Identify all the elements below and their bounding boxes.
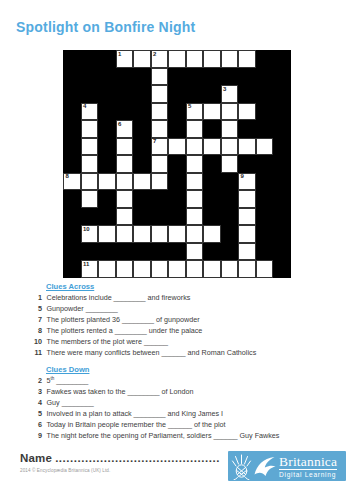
clue-item: 10The members of the plot were ______	[29, 337, 339, 348]
grid-cell-black	[63, 225, 81, 243]
grid-cell-black	[168, 85, 186, 103]
clue-item-text: The members of the plot were ______	[47, 337, 168, 348]
grid-cell-white[interactable]	[151, 120, 169, 138]
grid-cell-black	[98, 50, 116, 68]
grid-cell-black	[273, 50, 291, 68]
grid-cell-black	[273, 155, 291, 173]
grid-cell-white[interactable]	[133, 173, 151, 191]
grid-cell-white[interactable]	[256, 260, 274, 278]
grid-cell-white[interactable]: 6	[116, 120, 134, 138]
grid-cell-black	[81, 85, 99, 103]
grid-cell-black	[203, 173, 221, 191]
clues-down-heading: Clues Down	[46, 365, 339, 374]
grid-cell-white[interactable]	[238, 190, 256, 208]
grid-cell-white[interactable]	[151, 68, 169, 86]
grid-cell-white[interactable]	[133, 260, 151, 278]
grid-cell-black	[168, 173, 186, 191]
grid-cell-black	[81, 243, 99, 261]
grid-cell-white[interactable]: 10	[81, 225, 99, 243]
clue-item-text: Gunpowder ________	[47, 304, 118, 315]
grid-cell-black	[63, 50, 81, 68]
clue-item-text: Involved in a plan to attack ________ an…	[47, 409, 224, 420]
grid-cell-black	[168, 155, 186, 173]
grid-cell-white[interactable]	[186, 208, 204, 226]
clue-number: 10	[83, 226, 90, 233]
grid-cell-black	[238, 120, 256, 138]
grid-cell-black	[133, 85, 151, 103]
clue-item: 5Involved in a plan to attack ________ a…	[29, 409, 339, 420]
grid-cell-white[interactable]: 5	[186, 103, 204, 121]
grid-cell-black	[221, 173, 239, 191]
grid-cell-white[interactable]	[186, 260, 204, 278]
grid-cell-white[interactable]	[133, 225, 151, 243]
grid-cell-white[interactable]	[203, 225, 221, 243]
grid-cell-black	[98, 103, 116, 121]
grid-cell-white[interactable]: 8	[63, 173, 81, 191]
grid-cell-black	[81, 50, 99, 68]
grid-cell-black	[63, 155, 81, 173]
clue-item-number: 5	[29, 304, 42, 315]
grid-cell-black	[63, 243, 81, 261]
clue-number: 1	[118, 51, 121, 58]
clue-number: 6	[118, 121, 121, 128]
grid-cell-black	[273, 260, 291, 278]
clues-across-section: Clues Across 1Celebrations include _____…	[29, 282, 339, 358]
grid-cell-white[interactable]	[151, 225, 169, 243]
clue-item: 6Today in Britain people remember the __…	[29, 420, 339, 431]
grid-cell-black	[256, 50, 274, 68]
grid-cell-black	[203, 85, 221, 103]
clues-down-list: 25th ________3Fawkes was taken to the __…	[29, 376, 339, 441]
grid-cell-white[interactable]	[238, 208, 256, 226]
grid-cell-black	[63, 138, 81, 156]
grid-cell-white[interactable]	[133, 50, 151, 68]
grid-cell-white[interactable]	[186, 138, 204, 156]
grid-cell-white[interactable]: 9	[238, 173, 256, 191]
clue-item: 7The plotters planted 36 ________ of gun…	[29, 315, 339, 326]
grid-cell-black	[203, 120, 221, 138]
grid-cell-black	[238, 85, 256, 103]
grid-cell-black	[203, 155, 221, 173]
logo-title: Britannica	[279, 455, 337, 468]
grid-cell-white[interactable]	[238, 50, 256, 68]
clue-number: 4	[83, 103, 86, 110]
grid-cell-black	[186, 68, 204, 86]
thistle-icon	[231, 453, 252, 480]
logo-subtitle: Digital Learning	[279, 469, 337, 478]
grid-cell-white[interactable]	[98, 260, 116, 278]
grid-cell-black	[203, 190, 221, 208]
grid-cell-black	[133, 190, 151, 208]
grid-cell-black	[256, 103, 274, 121]
grid-cell-black	[186, 85, 204, 103]
clue-item: 8The plotters rented a ________ under th…	[29, 326, 339, 337]
grid-cell-black	[63, 85, 81, 103]
crossword-grid: 1234567891011	[63, 50, 291, 278]
clue-item-text: There were many conflicts between ______…	[47, 348, 257, 359]
clue-number: 3	[223, 86, 226, 93]
grid-cell-black	[273, 85, 291, 103]
clue-number: 8	[66, 173, 69, 180]
grid-cell-white[interactable]	[221, 260, 239, 278]
clue-item-number: 7	[29, 315, 42, 326]
grid-cell-black	[203, 243, 221, 261]
clue-item-number: 11	[29, 348, 42, 359]
name-dotted-rule: ........................................…	[55, 452, 220, 464]
clue-item: 4Guy ________	[29, 398, 339, 409]
grid-cell-white[interactable]	[151, 173, 169, 191]
grid-cell-black	[203, 208, 221, 226]
grid-cell-black	[273, 208, 291, 226]
grid-cell-black	[133, 103, 151, 121]
grid-cell-black	[168, 243, 186, 261]
grid-cell-black	[221, 190, 239, 208]
grid-cell-white[interactable]: 11	[81, 260, 99, 278]
clues-across-list: 1Celebrations include ________ and firew…	[29, 293, 339, 358]
grid-cell-white[interactable]	[116, 190, 134, 208]
clue-item-text: 5th ________	[47, 376, 89, 387]
clue-item: 11There were many conflicts between ____…	[29, 348, 339, 359]
grid-cell-white[interactable]: 2	[151, 50, 169, 68]
grid-cell-black	[116, 68, 134, 86]
grid-cell-black	[273, 120, 291, 138]
grid-cell-white[interactable]	[186, 50, 204, 68]
grid-cell-black	[273, 190, 291, 208]
grid-cell-white[interactable]	[98, 225, 116, 243]
grid-cell-black	[133, 155, 151, 173]
clues-down-section: Clues Down 25th ________3Fawkes was take…	[29, 365, 339, 441]
grid-cell-white[interactable]	[168, 138, 186, 156]
bird-icon	[253, 454, 276, 478]
clue-item-number: 2	[29, 376, 42, 387]
grid-cell-white[interactable]	[203, 138, 221, 156]
grid-cell-white[interactable]	[186, 120, 204, 138]
clue-item-text: Fawkes was taken to the ________ of Lond…	[47, 387, 194, 398]
grid-cell-white[interactable]	[151, 103, 169, 121]
grid-cell-black	[273, 68, 291, 86]
grid-cell-white[interactable]	[151, 155, 169, 173]
grid-cell-black	[256, 225, 274, 243]
grid-cell-black	[256, 68, 274, 86]
grid-cell-black	[63, 68, 81, 86]
grid-cell-black	[98, 138, 116, 156]
grid-cell-white[interactable]: 1	[116, 50, 134, 68]
grid-cell-white[interactable]	[116, 155, 134, 173]
grid-cell-black	[151, 208, 169, 226]
clue-item-text: Celebrations include ________ and firewo…	[47, 293, 191, 304]
grid-cell-white[interactable]: 3	[221, 85, 239, 103]
grid-cell-black	[133, 68, 151, 86]
clue-item-number: 3	[29, 387, 42, 398]
grid-cell-white[interactable]	[168, 50, 186, 68]
clue-item: 9The night before the opening of Parliam…	[29, 431, 339, 442]
grid-cell-white[interactable]: 4	[81, 103, 99, 121]
grid-cell-black	[238, 68, 256, 86]
grid-cell-white[interactable]	[168, 260, 186, 278]
clue-item: 5Gunpowder ________	[29, 304, 339, 315]
grid-cell-white[interactable]	[221, 155, 239, 173]
grid-cell-black	[116, 103, 134, 121]
clue-item: 25th ________	[29, 376, 339, 387]
grid-cell-black	[63, 103, 81, 121]
grid-cell-black	[81, 68, 99, 86]
grid-cell-white[interactable]	[221, 120, 239, 138]
grid-cell-white[interactable]	[151, 260, 169, 278]
clue-number: 11	[83, 261, 89, 268]
grid-cell-white[interactable]	[186, 155, 204, 173]
grid-cell-white[interactable]	[238, 225, 256, 243]
clue-item-text: The night before the opening of Parliame…	[47, 431, 280, 442]
grid-cell-black	[221, 243, 239, 261]
clue-item-number: 9	[29, 431, 42, 442]
grid-cell-black	[256, 243, 274, 261]
grid-cell-black	[98, 208, 116, 226]
clue-item-text: Guy ________	[47, 398, 94, 409]
copyright-text: 2014 © Encyclopædia Britannica (UK) Ltd.	[20, 468, 110, 473]
grid-cell-black	[151, 243, 169, 261]
grid-cell-white[interactable]	[168, 225, 186, 243]
clue-item-number: 4	[29, 398, 42, 409]
grid-cell-black	[133, 208, 151, 226]
grid-cell-black	[133, 243, 151, 261]
grid-cell-black	[221, 208, 239, 226]
grid-cell-white[interactable]	[116, 138, 134, 156]
grid-cell-white[interactable]	[221, 50, 239, 68]
grid-cell-black	[256, 190, 274, 208]
grid-cell-white[interactable]	[203, 50, 221, 68]
grid-cell-white[interactable]	[238, 260, 256, 278]
grid-cell-black	[273, 173, 291, 191]
clue-number: 7	[153, 138, 156, 145]
clue-item-number: 6	[29, 420, 42, 431]
grid-cell-black	[168, 190, 186, 208]
grid-cell-black	[81, 208, 99, 226]
grid-cell-white[interactable]	[186, 173, 204, 191]
grid-cell-black	[221, 68, 239, 86]
grid-cell-white[interactable]	[116, 208, 134, 226]
grid-cell-white[interactable]	[81, 120, 99, 138]
grid-cell-black	[273, 103, 291, 121]
clue-number: 5	[188, 103, 191, 110]
grid-cell-black	[98, 190, 116, 208]
grid-cell-black	[168, 120, 186, 138]
grid-cell-black	[133, 120, 151, 138]
grid-cell-black	[256, 208, 274, 226]
grid-cell-black	[98, 155, 116, 173]
grid-cell-black	[203, 68, 221, 86]
grid-cell-black	[168, 68, 186, 86]
clues-across-heading: Clues Across	[46, 282, 339, 291]
grid-cell-white[interactable]	[238, 243, 256, 261]
grid-cell-white[interactable]	[186, 243, 204, 261]
britannica-logo: Britannica Digital Learning	[228, 451, 346, 481]
grid-cell-white[interactable]	[98, 173, 116, 191]
grid-cell-black	[63, 190, 81, 208]
grid-cell-black	[256, 85, 274, 103]
grid-cell-black	[116, 243, 134, 261]
name-line: Name....................................…	[20, 452, 220, 464]
grid-cell-black	[63, 208, 81, 226]
grid-cell-white[interactable]	[81, 138, 99, 156]
grid-cell-black	[98, 68, 116, 86]
clue-item-number: 8	[29, 326, 42, 337]
clue-item-text: The plotters planted 36 ________ of gunp…	[47, 315, 200, 326]
grid-cell-white[interactable]	[81, 173, 99, 191]
grid-cell-white[interactable]	[238, 103, 256, 121]
clue-item-number: 1	[29, 293, 42, 304]
grid-cell-white[interactable]	[221, 103, 239, 121]
clue-item-number: 5	[29, 409, 42, 420]
grid-cell-black	[221, 225, 239, 243]
grid-cell-black	[98, 85, 116, 103]
grid-cell-black	[256, 155, 274, 173]
grid-cell-black	[133, 138, 151, 156]
clue-number: 9	[241, 173, 244, 180]
grid-cell-white[interactable]	[186, 225, 204, 243]
grid-cell-black	[168, 208, 186, 226]
grid-cell-white[interactable]	[116, 260, 134, 278]
grid-cell-black	[63, 260, 81, 278]
grid-cell-black	[116, 85, 134, 103]
grid-cell-white[interactable]	[186, 190, 204, 208]
grid-cell-black	[151, 190, 169, 208]
grid-cell-white[interactable]	[238, 138, 256, 156]
grid-cell-black	[238, 155, 256, 173]
grid-cell-white[interactable]	[151, 85, 169, 103]
grid-cell-white[interactable]	[221, 138, 239, 156]
grid-cell-white[interactable]	[203, 260, 221, 278]
clue-item: 1Celebrations include ________ and firew…	[29, 293, 339, 304]
clue-item-text: Today in Britain people remember the ___…	[47, 420, 226, 431]
grid-cell-black	[273, 225, 291, 243]
grid-cell-white[interactable]	[116, 173, 134, 191]
grid-cell-white[interactable]	[203, 103, 221, 121]
grid-cell-black	[256, 120, 274, 138]
grid-cell-white[interactable]: 7	[151, 138, 169, 156]
clue-item-text: The plotters rented a ________ under the…	[47, 326, 203, 337]
grid-cell-white[interactable]	[81, 190, 99, 208]
grid-cell-black	[256, 173, 274, 191]
grid-cell-white[interactable]	[81, 155, 99, 173]
grid-cell-black	[63, 120, 81, 138]
grid-cell-black	[273, 243, 291, 261]
clue-item: 3Fawkes was taken to the ________ of Lon…	[29, 387, 339, 398]
grid-cell-white[interactable]	[256, 138, 274, 156]
grid-cell-black	[273, 138, 291, 156]
grid-cell-white[interactable]	[116, 225, 134, 243]
clue-number: 2	[153, 51, 156, 58]
grid-cell-black	[98, 243, 116, 261]
grid-cell-black	[168, 103, 186, 121]
clue-item-number: 10	[29, 337, 42, 348]
name-label: Name	[20, 452, 52, 464]
page-title: Spotlight on Bonfire Night	[16, 19, 195, 35]
grid-cell-black	[98, 120, 116, 138]
